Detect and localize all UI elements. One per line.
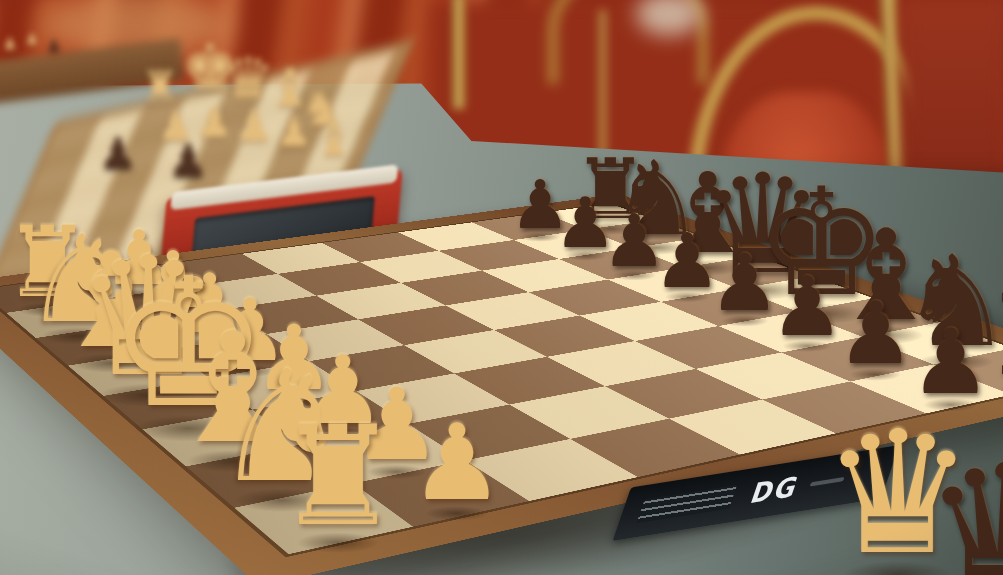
bg-rook: ♜ [141, 66, 179, 108]
bg-pawn: ♟ [98, 132, 137, 176]
edge-fine-print [810, 477, 845, 487]
bg-pawn: ♟ [3, 36, 17, 52]
tournament-chess-photo: ♜♚♛♝♞♟♟♟♟♝♟♟♟♟♟ DG ♜♞♝♛♚♝♞♜♟♟♟♟♟♟♟♟♟♟♟♟♟… [0, 0, 1003, 575]
bg-pawn: ♟ [235, 106, 273, 148]
bg-pawn: ♟ [25, 32, 38, 47]
bg-bishop: ♝ [313, 116, 354, 162]
edge-sticker [628, 478, 746, 529]
dgt-logo: DG [747, 472, 803, 507]
bg-pawn: ♟ [276, 112, 312, 152]
bg-pawn: ♟ [47, 38, 61, 54]
bg-pawn: ♟ [167, 138, 208, 184]
